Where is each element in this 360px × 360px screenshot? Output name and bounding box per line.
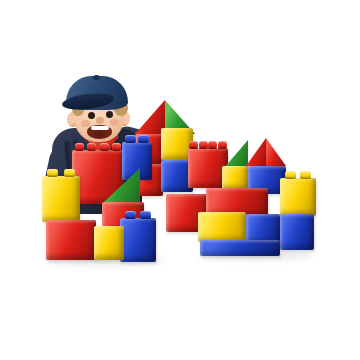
child-left-cheek xyxy=(81,120,90,127)
red-stud xyxy=(112,143,121,151)
product-photo-scene xyxy=(0,0,360,360)
yellow-stud xyxy=(47,169,58,177)
blue-brick-block xyxy=(200,240,280,256)
yellow-stud xyxy=(64,169,75,177)
yellow-stud xyxy=(285,171,296,179)
yellow-brick-block xyxy=(42,176,80,222)
red-stud xyxy=(218,141,227,149)
child-teeth xyxy=(91,126,109,130)
yellow-brick-block xyxy=(94,226,124,260)
red-brick-block xyxy=(46,220,96,260)
child-right-cheek xyxy=(110,119,119,126)
child-right-eye xyxy=(106,111,113,118)
red-stud xyxy=(87,143,96,151)
child-nose xyxy=(96,117,104,124)
blue-stud xyxy=(140,211,151,219)
red-stud xyxy=(75,143,84,151)
red-stud xyxy=(199,141,208,149)
yellow-brick-block xyxy=(280,178,316,216)
blue-brick-block xyxy=(280,214,314,250)
red-roof-slope-block xyxy=(246,138,266,166)
blue-stud xyxy=(138,135,149,143)
blue-stud xyxy=(125,135,136,143)
red-stud xyxy=(208,141,217,149)
blue-brick-block xyxy=(120,218,156,262)
yellow-stud xyxy=(300,171,311,179)
yellow-brick-block xyxy=(222,166,248,190)
cap-top-button xyxy=(93,75,100,80)
red-roof-slope-block xyxy=(266,138,286,166)
red-stud xyxy=(100,143,109,151)
blue-stud xyxy=(125,211,136,219)
red-stud xyxy=(189,141,198,149)
yellow-brick-block xyxy=(198,212,246,242)
child-left-eye xyxy=(88,112,95,119)
